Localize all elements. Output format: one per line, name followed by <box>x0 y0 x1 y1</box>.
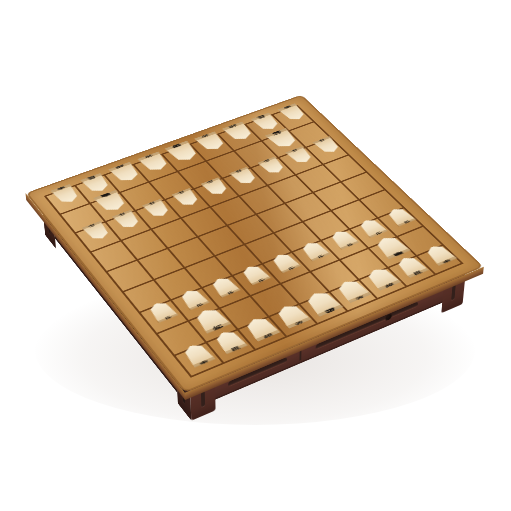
piece-kanji-label: 香車 <box>192 351 203 357</box>
piece-kanji-label: 歩兵 <box>210 185 219 189</box>
piece-kanji-label: 歩兵 <box>267 164 276 168</box>
piece-kanji-label: 歩兵 <box>367 225 376 230</box>
piece-kanji-label: 歩兵 <box>280 260 289 265</box>
piece-kanji-label: 歩兵 <box>322 143 331 147</box>
piece-kanji-label: 桂馬 <box>224 338 235 344</box>
piece-kanji-label: 歩兵 <box>295 153 304 157</box>
leg-slot-groove <box>451 285 456 301</box>
piece-kanji-label: 歩兵 <box>310 248 319 253</box>
piece-kanji-label: 歩兵 <box>396 214 405 219</box>
piece-kanji-label: 銀将 <box>377 275 387 280</box>
piece-kanji-label: 歩兵 <box>250 272 260 277</box>
piece-kanji-label: 香車 <box>435 252 445 257</box>
piece-kanji-label: 桂馬 <box>261 120 270 124</box>
piece-kanji-label: 王将 <box>317 300 328 306</box>
piece-kanji-label: 歩兵 <box>239 174 248 178</box>
piece-kanji-label: 金将 <box>206 140 216 144</box>
piece-kanji-label: 銀将 <box>120 171 130 176</box>
piece-kanji-label: 歩兵 <box>220 284 230 289</box>
piece-kanji-label: 角行 <box>277 136 287 141</box>
piece-kanji-label: 歩兵 <box>157 308 167 313</box>
piece-body: 歩兵 <box>177 287 209 310</box>
piece-kanji-label: 金将 <box>347 288 357 293</box>
piece-kanji-label: 角行 <box>206 317 217 323</box>
piece-kanji-label: 香車 <box>61 192 71 197</box>
piece-kanji-label: 歩兵 <box>152 207 161 212</box>
piece-kanji-label: 香車 <box>288 110 297 114</box>
piece-kanji-label: 桂馬 <box>406 263 416 268</box>
piece-kanji-label: 歩兵 <box>339 236 348 241</box>
piece-kanji-label: 飛車 <box>386 244 397 249</box>
piece-kanji-label: 歩兵 <box>122 218 131 223</box>
piece-kanji-label: 玉将 <box>177 150 188 155</box>
piece-body: 歩兵 <box>81 221 111 242</box>
piece-kanji-label: 歩兵 <box>189 296 199 301</box>
piece-body: 歩兵 <box>239 263 271 285</box>
piece-kanji-label: 飛車 <box>106 199 117 204</box>
piece-kanji-label: 銀将 <box>256 325 267 331</box>
piece-kanji-label: 桂馬 <box>91 181 101 186</box>
piece-body: 歩兵 <box>328 228 360 249</box>
piece-body: 歩兵 <box>269 251 301 273</box>
piece-kanji-label: 銀将 <box>234 130 244 134</box>
leg-slot-groove <box>201 391 205 407</box>
piece-kanji-label: 歩兵 <box>91 229 100 234</box>
product-photo-scene: 香車桂馬銀将金将玉将金将銀将桂馬香車飛車角行歩兵歩兵歩兵歩兵歩兵歩兵歩兵歩兵歩兵… <box>0 0 511 511</box>
piece-kanji-label: 歩兵 <box>181 196 190 200</box>
piece-body: 歩兵 <box>200 177 230 197</box>
piece-kanji-label: 金将 <box>149 160 159 165</box>
piece-kanji-label: 金将 <box>287 312 298 318</box>
piece-body: 歩兵 <box>298 240 330 262</box>
